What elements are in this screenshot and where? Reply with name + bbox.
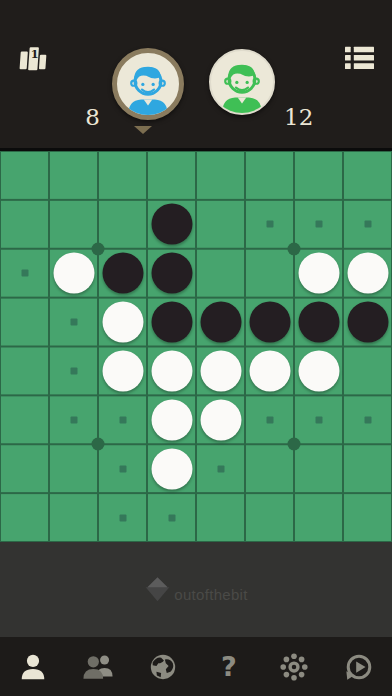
white-disc	[102, 302, 143, 343]
player-green-avatar	[209, 49, 275, 115]
outofthebit-logo-icon	[144, 576, 171, 603]
legal-move-hint[interactable]	[70, 367, 77, 374]
legal-move-hint[interactable]	[21, 270, 28, 277]
star-point	[288, 242, 301, 255]
legal-move-hint[interactable]	[364, 416, 371, 423]
top-bar: 1 8	[0, 0, 392, 151]
legal-move-hint[interactable]	[70, 416, 77, 423]
black-disc	[249, 302, 290, 343]
white-disc	[151, 448, 192, 489]
white-disc	[102, 350, 143, 391]
legal-move-hint[interactable]	[364, 221, 371, 228]
question-icon: ?	[214, 652, 244, 682]
white-disc	[200, 350, 241, 391]
app-screen: 1 8	[0, 0, 392, 696]
help-button[interactable]: ?	[196, 637, 261, 696]
blue-player-face-icon	[117, 53, 179, 115]
replay-icon	[344, 652, 374, 682]
black-disc	[298, 302, 339, 343]
legal-move-hint[interactable]	[315, 416, 322, 423]
black-disc	[102, 253, 143, 294]
settings-button[interactable]	[261, 637, 326, 696]
white-disc	[298, 350, 339, 391]
legal-move-hint[interactable]	[70, 319, 77, 326]
white-disc	[151, 399, 192, 440]
turn-indicator-icon	[134, 126, 152, 134]
podium-icon: 1	[19, 46, 47, 72]
black-disc	[200, 302, 241, 343]
list-icon	[345, 45, 374, 70]
star-point	[92, 438, 105, 451]
menu-button[interactable]	[344, 45, 374, 73]
person-icon	[18, 652, 48, 682]
two-players-button[interactable]	[65, 637, 130, 696]
legal-move-hint[interactable]	[266, 416, 273, 423]
legal-move-hint[interactable]	[119, 514, 126, 521]
people-icon	[83, 652, 113, 682]
footer-brand: outofthebit	[0, 542, 392, 637]
legal-move-hint[interactable]	[266, 221, 273, 228]
white-disc	[298, 253, 339, 294]
black-disc	[347, 302, 388, 343]
gear-icon	[279, 652, 309, 682]
star-point	[92, 242, 105, 255]
white-disc	[347, 253, 388, 294]
black-disc	[151, 253, 192, 294]
star-point	[288, 438, 301, 451]
legal-move-hint[interactable]	[168, 514, 175, 521]
white-disc	[53, 253, 94, 294]
green-player-face-icon	[211, 51, 273, 113]
white-disc	[249, 350, 290, 391]
online-button[interactable]	[131, 637, 196, 696]
globe-icon	[148, 652, 178, 682]
white-disc	[200, 399, 241, 440]
board[interactable]	[0, 151, 392, 542]
bottom-toolbar: ?	[0, 637, 392, 696]
leaderboard-button[interactable]: 1	[18, 46, 48, 74]
replay-button[interactable]	[327, 637, 392, 696]
legal-move-hint[interactable]	[119, 416, 126, 423]
legal-move-hint[interactable]	[315, 221, 322, 228]
white-score: 12	[284, 101, 344, 133]
legal-move-hint[interactable]	[217, 465, 224, 472]
black-disc	[151, 204, 192, 245]
brand-text: outofthebit	[174, 586, 247, 603]
player-blue-avatar	[112, 48, 184, 120]
black-disc	[151, 302, 192, 343]
svg-text:1: 1	[31, 47, 39, 61]
legal-move-hint[interactable]	[119, 465, 126, 472]
svg-text:?: ?	[221, 652, 237, 682]
single-player-button[interactable]	[0, 637, 65, 696]
white-disc	[151, 350, 192, 391]
black-score: 8	[55, 101, 100, 133]
